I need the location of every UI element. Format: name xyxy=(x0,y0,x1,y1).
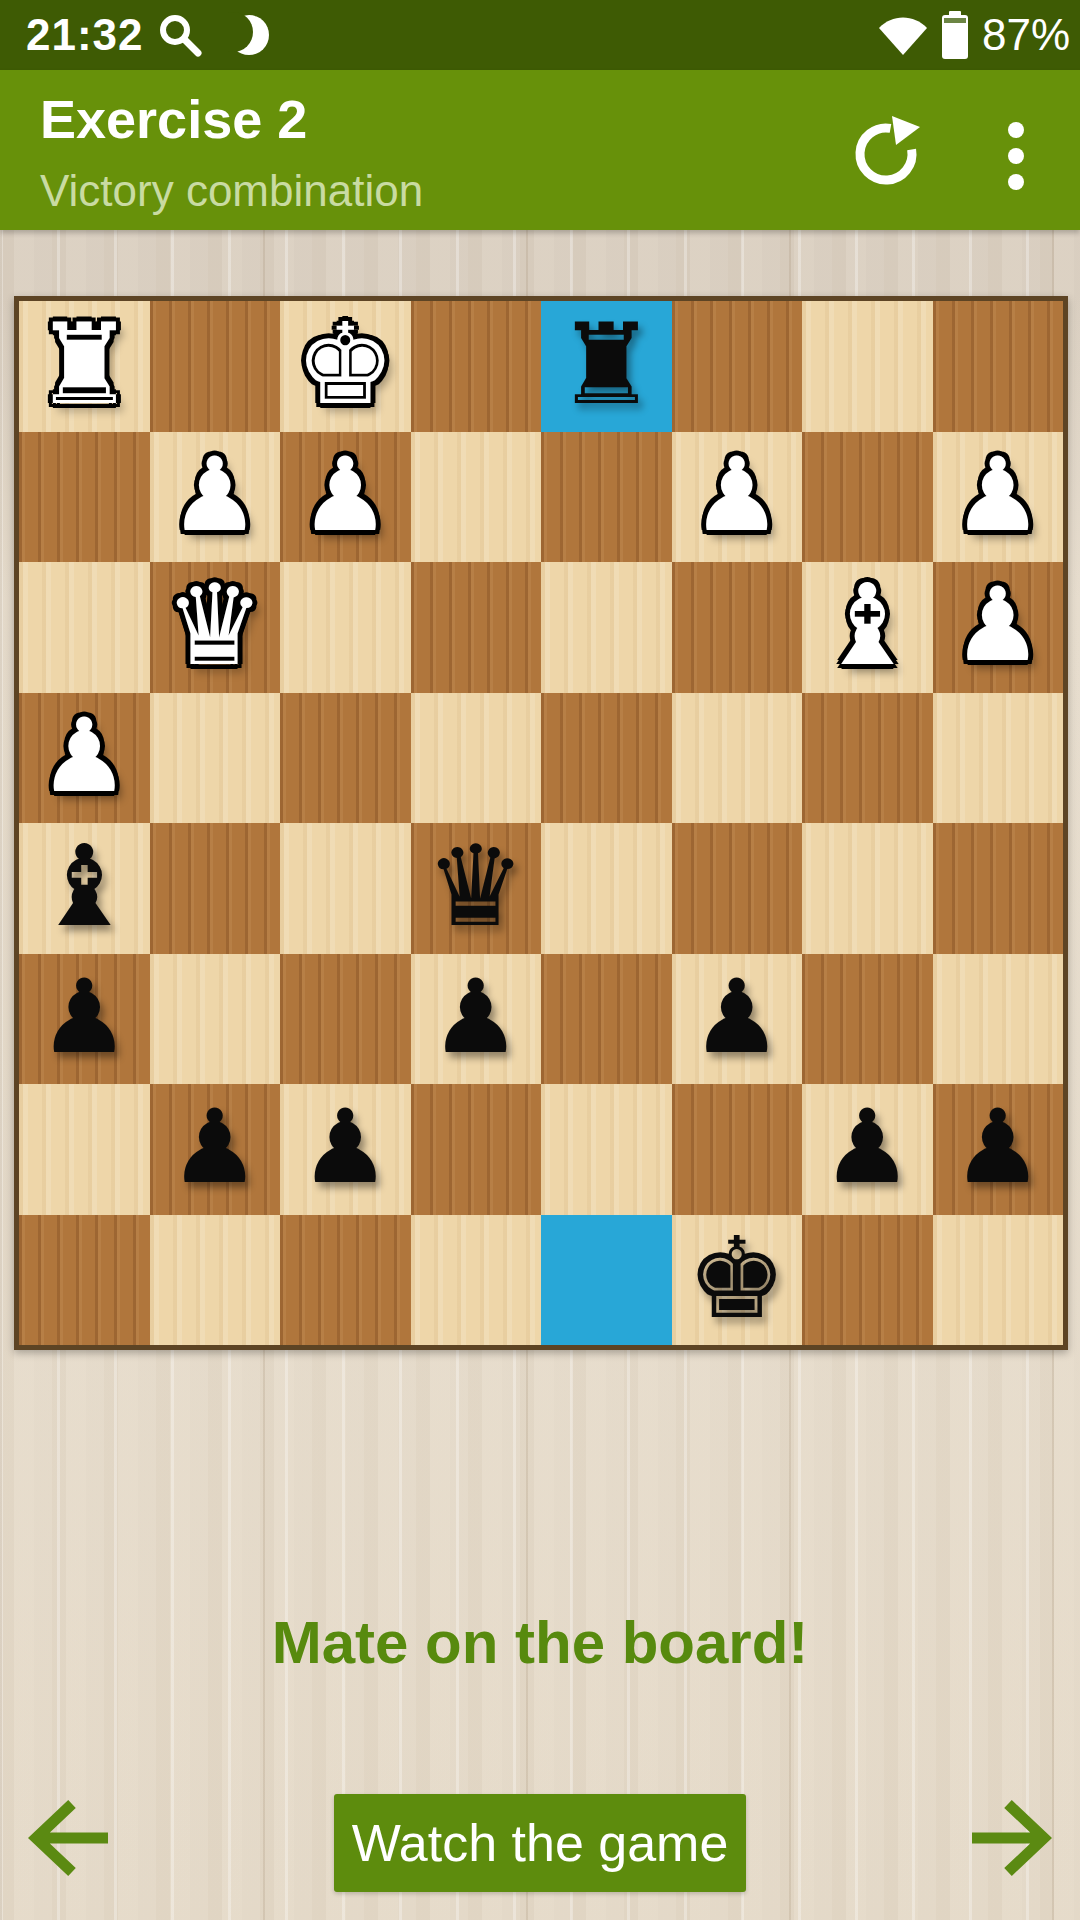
piece-white-king: ♚ xyxy=(295,308,395,420)
watch-the-game-label: Watch the game xyxy=(352,1813,729,1873)
square-h2[interactable]: ♟ xyxy=(933,1084,1064,1215)
square-c4[interactable] xyxy=(280,823,411,954)
piece-white-pawn: ♟ xyxy=(952,574,1043,676)
square-a1[interactable] xyxy=(19,1215,150,1346)
piece-white-pawn: ♟ xyxy=(300,444,391,546)
refresh-icon[interactable] xyxy=(848,114,924,190)
app-bar: Exercise 2 Victory combination xyxy=(0,70,1080,230)
next-exercise-arrow-icon[interactable] xyxy=(968,1800,1052,1876)
previous-exercise-arrow-icon[interactable] xyxy=(28,1800,112,1876)
square-a7[interactable] xyxy=(19,432,150,563)
square-d3[interactable]: ♟ xyxy=(411,954,542,1085)
square-g7[interactable] xyxy=(802,432,933,563)
square-b1[interactable] xyxy=(150,1215,281,1346)
square-c1[interactable] xyxy=(280,1215,411,1346)
square-d2[interactable] xyxy=(411,1084,542,1215)
square-e7[interactable] xyxy=(541,432,672,563)
square-d1[interactable] xyxy=(411,1215,542,1346)
square-b6[interactable]: ♛ xyxy=(150,562,281,693)
square-h3[interactable] xyxy=(933,954,1064,1085)
square-h4[interactable] xyxy=(933,823,1064,954)
square-f5[interactable] xyxy=(672,693,803,824)
moon-dnd-icon xyxy=(228,11,270,59)
square-h5[interactable] xyxy=(933,693,1064,824)
piece-black-pawn: ♟ xyxy=(691,966,782,1068)
square-h1[interactable] xyxy=(933,1215,1064,1346)
piece-white-queen: ♛ xyxy=(165,569,265,681)
piece-black-bishop: ♝ xyxy=(34,830,134,942)
piece-black-pawn: ♟ xyxy=(430,966,521,1068)
square-b4[interactable] xyxy=(150,823,281,954)
square-g4[interactable] xyxy=(802,823,933,954)
square-h6[interactable]: ♟ xyxy=(933,562,1064,693)
square-g5[interactable] xyxy=(802,693,933,824)
square-a4[interactable]: ♝ xyxy=(19,823,150,954)
square-a2[interactable] xyxy=(19,1084,150,1215)
square-e4[interactable] xyxy=(541,823,672,954)
square-f6[interactable] xyxy=(672,562,803,693)
square-f8[interactable] xyxy=(672,301,803,432)
status-message: Mate on the board! xyxy=(0,1608,1080,1677)
square-d4[interactable]: ♛ xyxy=(411,823,542,954)
square-f7[interactable]: ♟ xyxy=(672,432,803,563)
search-icon xyxy=(156,11,204,59)
wifi-icon xyxy=(878,14,928,56)
piece-white-rook: ♜ xyxy=(34,308,134,420)
square-b3[interactable] xyxy=(150,954,281,1085)
battery-icon xyxy=(941,11,969,59)
piece-white-bishop: ♝ xyxy=(817,569,917,681)
square-a6[interactable] xyxy=(19,562,150,693)
piece-black-queen: ♛ xyxy=(426,830,526,942)
square-b2[interactable]: ♟ xyxy=(150,1084,281,1215)
piece-white-pawn: ♟ xyxy=(169,444,260,546)
overflow-menu-icon[interactable] xyxy=(1000,118,1032,194)
square-g2[interactable]: ♟ xyxy=(802,1084,933,1215)
square-d6[interactable] xyxy=(411,562,542,693)
piece-black-pawn: ♟ xyxy=(952,1096,1043,1198)
square-f4[interactable] xyxy=(672,823,803,954)
square-c2[interactable]: ♟ xyxy=(280,1084,411,1215)
square-g6[interactable]: ♝ xyxy=(802,562,933,693)
piece-black-pawn: ♟ xyxy=(169,1096,260,1198)
square-e3[interactable] xyxy=(541,954,672,1085)
square-e2[interactable] xyxy=(541,1084,672,1215)
chess-board: ♜♚♜♟♟♟♟♛♝♟♟♝♛♟♟♟♟♟♟♟♚ xyxy=(14,296,1068,1350)
square-h8[interactable] xyxy=(933,301,1064,432)
battery-percent-text: 87% xyxy=(982,0,1070,70)
square-f3[interactable]: ♟ xyxy=(672,954,803,1085)
square-b8[interactable] xyxy=(150,301,281,432)
piece-white-pawn: ♟ xyxy=(691,444,782,546)
square-g3[interactable] xyxy=(802,954,933,1085)
square-g8[interactable] xyxy=(802,301,933,432)
piece-black-rook: ♜ xyxy=(556,308,656,420)
piece-black-pawn: ♟ xyxy=(39,966,130,1068)
square-a8[interactable]: ♜ xyxy=(19,301,150,432)
square-b5[interactable] xyxy=(150,693,281,824)
square-e5[interactable] xyxy=(541,693,672,824)
piece-black-king: ♚ xyxy=(687,1222,787,1334)
watch-the-game-button[interactable]: Watch the game xyxy=(334,1794,746,1892)
square-c7[interactable]: ♟ xyxy=(280,432,411,563)
piece-black-pawn: ♟ xyxy=(822,1096,913,1198)
square-f2[interactable] xyxy=(672,1084,803,1215)
square-d5[interactable] xyxy=(411,693,542,824)
square-d7[interactable] xyxy=(411,432,542,563)
square-a5[interactable]: ♟ xyxy=(19,693,150,824)
square-c3[interactable] xyxy=(280,954,411,1085)
square-e8[interactable]: ♜ xyxy=(541,301,672,432)
status-bar: 21:32 87% xyxy=(0,0,1080,70)
page-title: Exercise 2 xyxy=(40,88,307,150)
square-b7[interactable]: ♟ xyxy=(150,432,281,563)
square-h7[interactable]: ♟ xyxy=(933,432,1064,563)
piece-white-pawn: ♟ xyxy=(952,444,1043,546)
square-f1[interactable]: ♚ xyxy=(672,1215,803,1346)
chess-exercise-screen: { "status_bar": { "time": "21:32", "batt… xyxy=(0,0,1080,1920)
piece-white-pawn: ♟ xyxy=(39,705,130,807)
square-c5[interactable] xyxy=(280,693,411,824)
square-e6[interactable] xyxy=(541,562,672,693)
square-c8[interactable]: ♚ xyxy=(280,301,411,432)
square-e1[interactable] xyxy=(541,1215,672,1346)
square-c6[interactable] xyxy=(280,562,411,693)
square-d8[interactable] xyxy=(411,301,542,432)
square-g1[interactable] xyxy=(802,1215,933,1346)
page-subtitle: Victory combination xyxy=(40,166,423,216)
square-a3[interactable]: ♟ xyxy=(19,954,150,1085)
piece-black-pawn: ♟ xyxy=(300,1096,391,1198)
clock-text: 21:32 xyxy=(26,0,144,70)
